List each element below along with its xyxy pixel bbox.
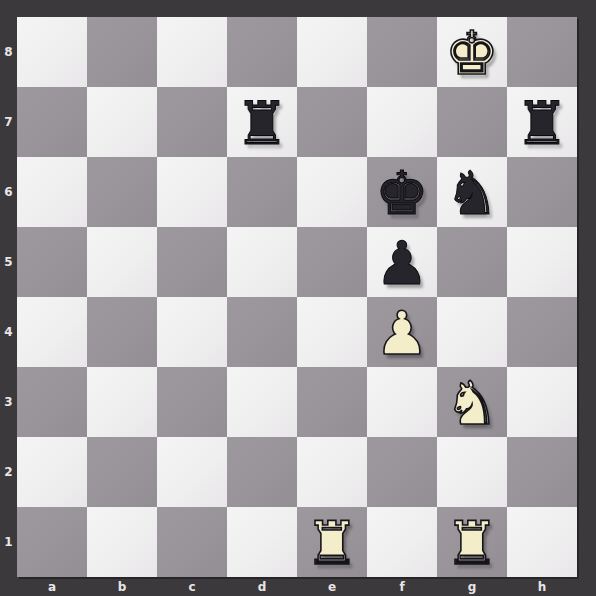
square-e3[interactable] bbox=[297, 367, 367, 437]
square-f5[interactable]: ♟ bbox=[367, 227, 437, 297]
square-a6[interactable] bbox=[17, 157, 87, 227]
rank-label-6: 6 bbox=[0, 157, 17, 227]
square-a3[interactable] bbox=[17, 367, 87, 437]
square-d1[interactable] bbox=[227, 507, 297, 577]
piece-black-king[interactable]: ♚ bbox=[367, 157, 437, 227]
square-a5[interactable] bbox=[17, 227, 87, 297]
square-b1[interactable] bbox=[87, 507, 157, 577]
square-h1[interactable] bbox=[507, 507, 577, 577]
square-a8[interactable] bbox=[17, 17, 87, 87]
square-e7[interactable] bbox=[297, 87, 367, 157]
square-f1[interactable] bbox=[367, 507, 437, 577]
square-a1[interactable] bbox=[17, 507, 87, 577]
piece-black-pawn[interactable]: ♟ bbox=[367, 227, 437, 297]
square-c2[interactable] bbox=[157, 437, 227, 507]
rank-label-2: 2 bbox=[0, 437, 17, 507]
square-h7[interactable]: ♜ bbox=[507, 87, 577, 157]
square-g4[interactable] bbox=[437, 297, 507, 367]
square-b7[interactable] bbox=[87, 87, 157, 157]
square-e2[interactable] bbox=[297, 437, 367, 507]
square-h3[interactable] bbox=[507, 367, 577, 437]
square-a4[interactable] bbox=[17, 297, 87, 367]
square-d5[interactable] bbox=[227, 227, 297, 297]
square-a7[interactable] bbox=[17, 87, 87, 157]
square-b6[interactable] bbox=[87, 157, 157, 227]
square-g8[interactable]: ♚ bbox=[437, 17, 507, 87]
rank-label-4: 4 bbox=[0, 297, 17, 367]
square-d3[interactable] bbox=[227, 367, 297, 437]
file-label-a: a bbox=[17, 577, 87, 596]
piece-black-rook[interactable]: ♜ bbox=[507, 87, 577, 157]
square-d4[interactable] bbox=[227, 297, 297, 367]
rank-label-1: 1 bbox=[0, 507, 17, 577]
square-g7[interactable] bbox=[437, 87, 507, 157]
square-g6[interactable]: ♞ bbox=[437, 157, 507, 227]
square-e5[interactable] bbox=[297, 227, 367, 297]
square-h4[interactable] bbox=[507, 297, 577, 367]
file-label-d: d bbox=[227, 577, 297, 596]
square-d8[interactable] bbox=[227, 17, 297, 87]
square-f4[interactable]: ♟ bbox=[367, 297, 437, 367]
rank-label-8: 8 bbox=[0, 17, 17, 87]
rank-label-3: 3 bbox=[0, 367, 17, 437]
square-c6[interactable] bbox=[157, 157, 227, 227]
file-label-c: c bbox=[157, 577, 227, 596]
square-e8[interactable] bbox=[297, 17, 367, 87]
piece-white-pawn[interactable]: ♟ bbox=[367, 297, 437, 367]
square-h8[interactable] bbox=[507, 17, 577, 87]
square-d6[interactable] bbox=[227, 157, 297, 227]
square-f6[interactable]: ♚ bbox=[367, 157, 437, 227]
file-label-h: h bbox=[507, 577, 577, 596]
file-label-e: e bbox=[297, 577, 367, 596]
square-f8[interactable] bbox=[367, 17, 437, 87]
square-c3[interactable] bbox=[157, 367, 227, 437]
file-label-g: g bbox=[437, 577, 507, 596]
square-b4[interactable] bbox=[87, 297, 157, 367]
square-f3[interactable] bbox=[367, 367, 437, 437]
square-f2[interactable] bbox=[367, 437, 437, 507]
square-c4[interactable] bbox=[157, 297, 227, 367]
piece-black-knight[interactable]: ♞ bbox=[437, 157, 507, 227]
piece-white-knight[interactable]: ♞ bbox=[437, 367, 507, 437]
file-labels: abcdefgh bbox=[17, 577, 577, 596]
square-c8[interactable] bbox=[157, 17, 227, 87]
square-c7[interactable] bbox=[157, 87, 227, 157]
square-c1[interactable] bbox=[157, 507, 227, 577]
square-g5[interactable] bbox=[437, 227, 507, 297]
square-h6[interactable] bbox=[507, 157, 577, 227]
square-f7[interactable] bbox=[367, 87, 437, 157]
rank-label-7: 7 bbox=[0, 87, 17, 157]
piece-black-rook[interactable]: ♜ bbox=[227, 87, 297, 157]
rank-label-5: 5 bbox=[0, 227, 17, 297]
square-b5[interactable] bbox=[87, 227, 157, 297]
piece-white-rook[interactable]: ♜ bbox=[437, 507, 507, 577]
file-label-f: f bbox=[367, 577, 437, 596]
square-b3[interactable] bbox=[87, 367, 157, 437]
square-a2[interactable] bbox=[17, 437, 87, 507]
piece-white-king[interactable]: ♚ bbox=[437, 17, 507, 87]
square-b2[interactable] bbox=[87, 437, 157, 507]
square-g3[interactable]: ♞ bbox=[437, 367, 507, 437]
square-b8[interactable] bbox=[87, 17, 157, 87]
square-g2[interactable] bbox=[437, 437, 507, 507]
chess-diagram: 87654321 ♚♜♜♚♞♟♟♞♜♜ abcdefgh bbox=[0, 0, 596, 596]
rank-labels: 87654321 bbox=[0, 17, 17, 577]
board: ♚♜♜♚♞♟♟♞♜♜ bbox=[17, 17, 577, 577]
square-e6[interactable] bbox=[297, 157, 367, 227]
file-label-b: b bbox=[87, 577, 157, 596]
square-d7[interactable]: ♜ bbox=[227, 87, 297, 157]
square-d2[interactable] bbox=[227, 437, 297, 507]
square-g1[interactable]: ♜ bbox=[437, 507, 507, 577]
square-e4[interactable] bbox=[297, 297, 367, 367]
piece-white-rook[interactable]: ♜ bbox=[297, 507, 367, 577]
square-h2[interactable] bbox=[507, 437, 577, 507]
square-h5[interactable] bbox=[507, 227, 577, 297]
square-e1[interactable]: ♜ bbox=[297, 507, 367, 577]
square-c5[interactable] bbox=[157, 227, 227, 297]
